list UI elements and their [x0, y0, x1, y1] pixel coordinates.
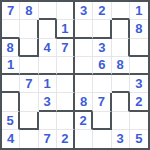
cell-r8c1[interactable]: 4 — [2, 130, 20, 148]
cell-r5c1[interactable] — [2, 75, 20, 93]
cell-r1c1[interactable]: 7 — [2, 2, 20, 20]
cell-r4c4[interactable] — [57, 57, 75, 75]
cell-r3c8[interactable] — [130, 39, 148, 57]
cell-r1c5[interactable]: 3 — [75, 2, 93, 20]
cell-r3c7[interactable] — [112, 39, 130, 57]
given-digit: 8 — [80, 93, 87, 108]
cell-r6c7[interactable] — [112, 93, 130, 111]
cell-r8c8[interactable]: 5 — [130, 130, 148, 148]
cell-r2c7[interactable] — [112, 20, 130, 38]
cell-r3c3[interactable]: 4 — [39, 39, 57, 57]
given-digit: 2 — [135, 93, 142, 108]
cell-r5c5[interactable] — [75, 75, 93, 93]
cell-r4c3[interactable] — [39, 57, 57, 75]
given-digit: 3 — [44, 93, 51, 108]
cell-r2c8[interactable]: 8 — [130, 20, 148, 38]
given-digit: 5 — [7, 112, 14, 127]
cell-r1c6[interactable]: 2 — [93, 2, 111, 20]
cell-r3c4[interactable]: 7 — [57, 39, 75, 57]
cell-r7c6[interactable] — [93, 112, 111, 130]
given-digit: 6 — [98, 57, 105, 72]
cell-r5c2[interactable]: 7 — [20, 75, 38, 93]
cell-r5c6[interactable] — [93, 75, 111, 93]
cell-r6c6[interactable]: 7 — [93, 93, 111, 111]
cell-r5c7[interactable] — [112, 75, 130, 93]
cell-r8c4[interactable]: 2 — [57, 130, 75, 148]
cell-r7c8[interactable] — [130, 112, 148, 130]
cell-r8c5[interactable] — [75, 130, 93, 148]
cell-r8c6[interactable] — [93, 130, 111, 148]
given-digit: 1 — [7, 57, 14, 72]
cell-r7c1[interactable]: 5 — [2, 112, 20, 130]
given-digit: 3 — [80, 3, 87, 18]
cell-r4c2[interactable] — [20, 57, 38, 75]
cell-r3c1[interactable]: 8 — [2, 39, 20, 57]
cell-r2c6[interactable] — [93, 20, 111, 38]
cell-r2c5[interactable] — [75, 20, 93, 38]
cell-r6c3[interactable]: 3 — [39, 93, 57, 111]
sudoku-board: 7832118847316871338725247235 — [0, 0, 150, 150]
cell-r8c2[interactable] — [20, 130, 38, 148]
cell-r6c1[interactable] — [2, 93, 20, 111]
given-digit: 8 — [7, 39, 14, 54]
cell-r7c5[interactable]: 2 — [75, 112, 93, 130]
cell-r1c7[interactable] — [112, 2, 130, 20]
given-digit: 3 — [98, 39, 105, 54]
cell-r8c3[interactable]: 7 — [39, 130, 57, 148]
cell-r7c3[interactable] — [39, 112, 57, 130]
cell-r8c7[interactable]: 3 — [112, 130, 130, 148]
given-digit: 8 — [135, 21, 142, 36]
cell-r1c3[interactable] — [39, 2, 57, 20]
given-digit: 7 — [44, 131, 51, 146]
cell-r7c7[interactable] — [112, 112, 130, 130]
cell-r6c4[interactable] — [57, 93, 75, 111]
given-digit: 7 — [98, 94, 105, 109]
cell-r6c8[interactable]: 2 — [130, 93, 148, 111]
cell-r4c8[interactable] — [130, 57, 148, 75]
cell-r1c8[interactable]: 1 — [130, 2, 148, 20]
given-digit: 4 — [44, 39, 51, 54]
given-digit: 2 — [61, 131, 68, 146]
cell-r3c6[interactable]: 3 — [93, 39, 111, 57]
cell-r1c4[interactable] — [57, 2, 75, 20]
cell-r7c4[interactable] — [57, 112, 75, 130]
cell-r5c4[interactable] — [57, 75, 75, 93]
given-digit: 3 — [117, 131, 124, 146]
cell-r7c2[interactable] — [20, 112, 38, 130]
given-digit: 1 — [135, 3, 142, 18]
cell-r3c5[interactable] — [75, 39, 93, 57]
given-digit: 7 — [61, 39, 68, 54]
given-digit: 2 — [80, 112, 87, 127]
given-digit: 1 — [61, 20, 68, 35]
given-digit: 7 — [25, 76, 32, 91]
given-digit: 7 — [7, 3, 14, 18]
cell-r3c2[interactable] — [20, 39, 38, 57]
given-digit: 5 — [135, 131, 142, 146]
given-digit: 8 — [25, 3, 32, 18]
cell-r2c3[interactable] — [39, 20, 57, 38]
given-digit: 4 — [7, 131, 14, 146]
cell-r2c2[interactable] — [20, 20, 38, 38]
given-digit: 8 — [117, 57, 124, 72]
cell-r4c1[interactable]: 1 — [2, 57, 20, 75]
cell-r6c2[interactable] — [20, 93, 38, 111]
cell-r2c4[interactable]: 1 — [57, 20, 75, 38]
cell-r2c1[interactable] — [2, 20, 20, 38]
cell-r4c7[interactable]: 8 — [112, 57, 130, 75]
cell-r4c6[interactable]: 6 — [93, 57, 111, 75]
given-digit: 3 — [135, 76, 142, 91]
cell-r1c2[interactable]: 8 — [20, 2, 38, 20]
given-digit: 2 — [98, 3, 105, 18]
cell-r5c8[interactable]: 3 — [130, 75, 148, 93]
cell-r5c3[interactable]: 1 — [39, 75, 57, 93]
cell-r6c5[interactable]: 8 — [75, 93, 93, 111]
cell-r4c5[interactable] — [75, 57, 93, 75]
given-digit: 1 — [44, 76, 51, 91]
